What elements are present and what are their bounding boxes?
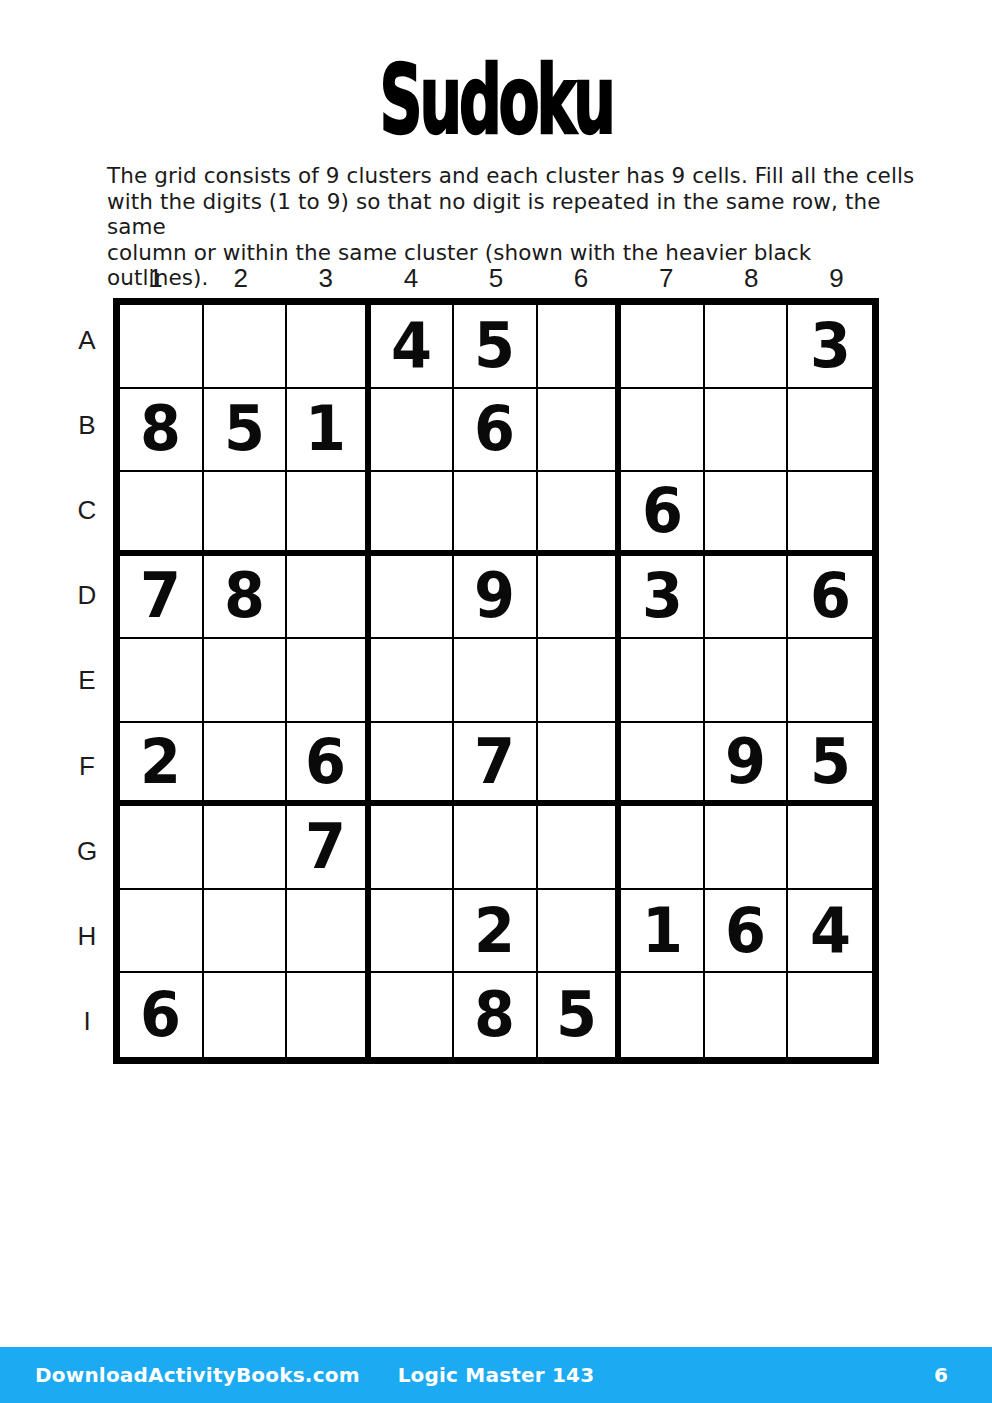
cell-D1: 7 <box>120 556 204 640</box>
given-digit: 1 <box>305 398 346 460</box>
column-label-7: 7 <box>624 261 709 295</box>
cell-I7[interactable] <box>621 973 705 1057</box>
given-digit: 3 <box>810 315 851 377</box>
row-label-D: D <box>66 553 108 638</box>
cell-G3: 7 <box>287 806 371 890</box>
given-digit: 6 <box>140 984 181 1046</box>
cell-I2[interactable] <box>204 973 288 1057</box>
cell-A3[interactable] <box>287 305 371 389</box>
cell-H8: 6 <box>705 890 789 974</box>
column-label-2: 2 <box>198 261 283 295</box>
given-digit: 2 <box>475 900 516 962</box>
cell-H6[interactable] <box>538 890 622 974</box>
cell-C1[interactable] <box>120 472 204 556</box>
cell-C8[interactable] <box>705 472 789 556</box>
cell-I9[interactable] <box>788 973 872 1057</box>
instructions-line-1: The grid consists of 9 clusters and each… <box>107 163 917 189</box>
given-digit: 2 <box>140 731 181 793</box>
cell-E4[interactable] <box>371 639 455 723</box>
cell-A7[interactable] <box>621 305 705 389</box>
given-digit: 4 <box>810 900 851 962</box>
cell-F6[interactable] <box>538 723 622 807</box>
given-digit: 5 <box>224 398 265 460</box>
cell-I5: 8 <box>454 973 538 1057</box>
cell-I1: 6 <box>120 973 204 1057</box>
column-label-3: 3 <box>283 261 368 295</box>
column-labels: 123456789 <box>113 261 879 295</box>
given-digit: 7 <box>140 565 181 627</box>
cell-H4[interactable] <box>371 890 455 974</box>
cell-D5: 9 <box>454 556 538 640</box>
cell-A5: 5 <box>454 305 538 389</box>
cell-I3[interactable] <box>287 973 371 1057</box>
column-label-5: 5 <box>453 261 538 295</box>
cell-H5: 2 <box>454 890 538 974</box>
given-digit: 7 <box>475 731 516 793</box>
cell-C3[interactable] <box>287 472 371 556</box>
cell-E8[interactable] <box>705 639 789 723</box>
given-digit: 6 <box>725 900 766 962</box>
row-label-G: G <box>66 809 108 894</box>
given-digit: 6 <box>810 565 851 627</box>
cell-C7: 6 <box>621 472 705 556</box>
cell-F4[interactable] <box>371 723 455 807</box>
row-label-C: C <box>66 468 108 553</box>
cell-B4[interactable] <box>371 389 455 473</box>
footer-bar: DownloadActivityBooks.com Logic Master 1… <box>0 1347 992 1403</box>
cell-H1[interactable] <box>120 890 204 974</box>
cell-A1[interactable] <box>120 305 204 389</box>
cell-G2[interactable] <box>204 806 288 890</box>
cell-H7: 1 <box>621 890 705 974</box>
cell-G8[interactable] <box>705 806 789 890</box>
given-digit: 6 <box>642 480 683 542</box>
page-title-text: Sudoku <box>379 45 612 155</box>
cell-F7[interactable] <box>621 723 705 807</box>
cell-G5[interactable] <box>454 806 538 890</box>
sudoku-board: 45385166789362679572164685 <box>113 298 879 1064</box>
page-title: Sudoku <box>0 48 992 152</box>
cell-E5[interactable] <box>454 639 538 723</box>
cell-G9[interactable] <box>788 806 872 890</box>
given-digit: 5 <box>556 984 597 1046</box>
cell-F5: 7 <box>454 723 538 807</box>
cell-A4: 4 <box>371 305 455 389</box>
cell-D4[interactable] <box>371 556 455 640</box>
cell-D2: 8 <box>204 556 288 640</box>
instructions-line-2: with the digits (1 to 9) so that no digi… <box>107 189 917 240</box>
footer-page-number: 6 <box>934 1347 948 1403</box>
row-label-E: E <box>66 638 108 723</box>
footer-series-label: Logic Master 143 <box>0 1347 992 1403</box>
cell-I8[interactable] <box>705 973 789 1057</box>
cell-D7: 3 <box>621 556 705 640</box>
cell-E9[interactable] <box>788 639 872 723</box>
cell-I4[interactable] <box>371 973 455 1057</box>
cell-F1: 2 <box>120 723 204 807</box>
cell-A9: 3 <box>788 305 872 389</box>
worksheet-page: { "game": "sudoku", "position": "0004500… <box>0 0 992 1403</box>
cell-H9: 4 <box>788 890 872 974</box>
row-labels: ABCDEFGHI <box>66 298 108 1064</box>
cell-B3: 1 <box>287 389 371 473</box>
row-label-B: B <box>66 383 108 468</box>
cell-E3[interactable] <box>287 639 371 723</box>
given-digit: 5 <box>810 731 851 793</box>
cell-E7[interactable] <box>621 639 705 723</box>
given-digit: 9 <box>475 565 516 627</box>
row-label-H: H <box>66 894 108 979</box>
cell-B9[interactable] <box>788 389 872 473</box>
given-digit: 4 <box>391 315 432 377</box>
cell-F8: 9 <box>705 723 789 807</box>
cell-C4[interactable] <box>371 472 455 556</box>
cell-F3: 6 <box>287 723 371 807</box>
cell-A2[interactable] <box>204 305 288 389</box>
cell-E2[interactable] <box>204 639 288 723</box>
column-label-1: 1 <box>113 261 198 295</box>
cell-D9: 6 <box>788 556 872 640</box>
cell-F2[interactable] <box>204 723 288 807</box>
cell-C5[interactable] <box>454 472 538 556</box>
cell-B5: 6 <box>454 389 538 473</box>
cell-H2[interactable] <box>204 890 288 974</box>
given-digit: 3 <box>642 565 683 627</box>
cell-E1[interactable] <box>120 639 204 723</box>
cell-B8[interactable] <box>705 389 789 473</box>
cell-I6: 5 <box>538 973 622 1057</box>
cell-H3[interactable] <box>287 890 371 974</box>
cell-C6[interactable] <box>538 472 622 556</box>
row-label-F: F <box>66 724 108 809</box>
cell-D6[interactable] <box>538 556 622 640</box>
given-digit: 8 <box>475 984 516 1046</box>
given-digit: 6 <box>475 398 516 460</box>
given-digit: 6 <box>305 731 346 793</box>
cell-G4[interactable] <box>371 806 455 890</box>
row-label-A: A <box>66 298 108 383</box>
cell-F9: 5 <box>788 723 872 807</box>
cell-G1[interactable] <box>120 806 204 890</box>
cell-B6[interactable] <box>538 389 622 473</box>
cell-E6[interactable] <box>538 639 622 723</box>
cell-D3[interactable] <box>287 556 371 640</box>
given-digit: 7 <box>305 816 346 878</box>
given-digit: 8 <box>140 398 181 460</box>
column-label-4: 4 <box>368 261 453 295</box>
given-digit: 1 <box>642 900 683 962</box>
cell-B2: 5 <box>204 389 288 473</box>
column-label-8: 8 <box>709 261 794 295</box>
given-digit: 9 <box>725 731 766 793</box>
cell-A8[interactable] <box>705 305 789 389</box>
cell-G6[interactable] <box>538 806 622 890</box>
cell-B7[interactable] <box>621 389 705 473</box>
cell-C9[interactable] <box>788 472 872 556</box>
cell-C2[interactable] <box>204 472 288 556</box>
cell-A6[interactable] <box>538 305 622 389</box>
cell-B1: 8 <box>120 389 204 473</box>
given-digit: 8 <box>224 565 265 627</box>
row-label-I: I <box>66 979 108 1064</box>
column-label-6: 6 <box>539 261 624 295</box>
column-label-9: 9 <box>794 261 879 295</box>
cell-G7[interactable] <box>621 806 705 890</box>
cell-D8[interactable] <box>705 556 789 640</box>
given-digit: 5 <box>475 315 516 377</box>
